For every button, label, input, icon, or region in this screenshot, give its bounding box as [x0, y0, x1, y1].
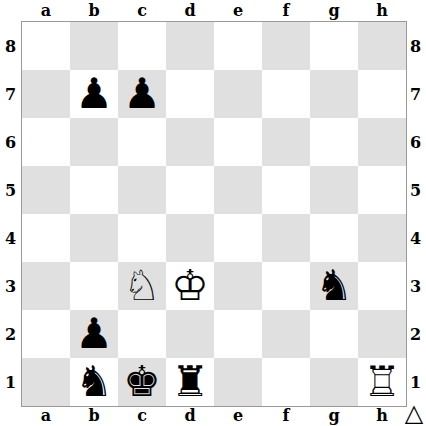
square-b8[interactable]	[70, 22, 118, 70]
square-e5[interactable]	[214, 166, 262, 214]
rank-label-right-2: 2	[405, 310, 426, 358]
square-h3[interactable]	[358, 262, 406, 310]
rank-labels-left: 87654321	[0, 22, 21, 406]
file-label-top-h: h	[358, 0, 406, 21]
rank-label-left-6: 6	[0, 118, 21, 166]
square-e7[interactable]	[214, 70, 262, 118]
piece-black-knight-b1[interactable]: ♞	[75, 358, 113, 406]
file-label-bottom-d: d	[166, 405, 214, 426]
square-h1[interactable]: ♖	[358, 358, 406, 406]
square-g1[interactable]	[310, 358, 358, 406]
square-e6[interactable]	[214, 118, 262, 166]
square-b1[interactable]: ♞	[70, 358, 118, 406]
square-h2[interactable]	[358, 310, 406, 358]
square-f8[interactable]	[262, 22, 310, 70]
file-label-bottom-c: c	[118, 405, 166, 426]
piece-white-king-d3[interactable]: ♔	[171, 262, 209, 310]
square-c4[interactable]	[118, 214, 166, 262]
rank-label-left-3: 3	[0, 262, 21, 310]
square-f3[interactable]	[262, 262, 310, 310]
square-f5[interactable]	[262, 166, 310, 214]
rank-label-left-1: 1	[0, 358, 21, 406]
file-label-bottom-h: h	[358, 405, 406, 426]
square-d6[interactable]	[166, 118, 214, 166]
rank-label-right-5: 5	[405, 166, 426, 214]
square-d7[interactable]	[166, 70, 214, 118]
square-c8[interactable]	[118, 22, 166, 70]
square-b3[interactable]	[70, 262, 118, 310]
square-c7[interactable]: ♟	[118, 70, 166, 118]
file-label-top-g: g	[310, 0, 358, 21]
piece-white-knight-c3[interactable]: ♘	[123, 262, 161, 310]
square-h4[interactable]	[358, 214, 406, 262]
square-g3[interactable]: ♞	[310, 262, 358, 310]
piece-black-pawn-c7[interactable]: ♟	[123, 70, 161, 118]
square-d4[interactable]	[166, 214, 214, 262]
square-c3[interactable]: ♘	[118, 262, 166, 310]
square-e8[interactable]	[214, 22, 262, 70]
square-a3[interactable]	[22, 262, 70, 310]
square-d8[interactable]	[166, 22, 214, 70]
piece-black-knight-g3[interactable]: ♞	[315, 262, 353, 310]
square-f1[interactable]	[262, 358, 310, 406]
piece-black-king-c1[interactable]: ♚	[123, 358, 161, 406]
square-h5[interactable]	[358, 166, 406, 214]
file-label-top-f: f	[262, 0, 310, 21]
square-b2[interactable]: ♟	[70, 310, 118, 358]
file-label-bottom-f: f	[262, 405, 310, 426]
square-a4[interactable]	[22, 214, 70, 262]
file-labels-bottom: abcdefgh	[22, 405, 406, 426]
rank-label-left-2: 2	[0, 310, 21, 358]
rank-label-left-8: 8	[0, 22, 21, 70]
square-d5[interactable]	[166, 166, 214, 214]
square-d2[interactable]	[166, 310, 214, 358]
file-label-bottom-g: g	[310, 405, 358, 426]
square-a6[interactable]	[22, 118, 70, 166]
square-f6[interactable]	[262, 118, 310, 166]
square-c6[interactable]	[118, 118, 166, 166]
square-f7[interactable]	[262, 70, 310, 118]
file-label-top-c: c	[118, 0, 166, 21]
file-label-top-a: a	[22, 0, 70, 21]
rank-label-left-5: 5	[0, 166, 21, 214]
rank-label-left-7: 7	[0, 70, 21, 118]
file-label-top-b: b	[70, 0, 118, 21]
square-b7[interactable]: ♟	[70, 70, 118, 118]
file-label-top-d: d	[166, 0, 214, 21]
square-e2[interactable]	[214, 310, 262, 358]
square-e1[interactable]	[214, 358, 262, 406]
square-d3[interactable]: ♔	[166, 262, 214, 310]
rank-label-right-8: 8	[405, 22, 426, 70]
square-g2[interactable]	[310, 310, 358, 358]
square-g5[interactable]	[310, 166, 358, 214]
square-a2[interactable]	[22, 310, 70, 358]
square-d1[interactable]: ♜	[166, 358, 214, 406]
piece-black-rook-d1[interactable]: ♜	[171, 358, 209, 406]
square-a1[interactable]	[22, 358, 70, 406]
chess-diagram: abcdefgh abcdefgh 87654321 87654321 ♟♟♘♔…	[0, 0, 426, 426]
square-g6[interactable]	[310, 118, 358, 166]
square-a7[interactable]	[22, 70, 70, 118]
rank-label-left-4: 4	[0, 214, 21, 262]
rank-label-right-7: 7	[405, 70, 426, 118]
piece-black-pawn-b7[interactable]: ♟	[75, 70, 113, 118]
square-b6[interactable]	[70, 118, 118, 166]
square-f4[interactable]	[262, 214, 310, 262]
rank-labels-right: 87654321	[405, 22, 426, 406]
rank-label-right-6: 6	[405, 118, 426, 166]
piece-white-rook-h1[interactable]: ♖	[363, 358, 401, 406]
square-c2[interactable]	[118, 310, 166, 358]
square-h8[interactable]	[358, 22, 406, 70]
file-label-bottom-b: b	[70, 405, 118, 426]
square-f2[interactable]	[262, 310, 310, 358]
rank-label-right-3: 3	[405, 262, 426, 310]
square-h7[interactable]	[358, 70, 406, 118]
square-b4[interactable]	[70, 214, 118, 262]
square-c1[interactable]: ♚	[118, 358, 166, 406]
square-e3[interactable]	[214, 262, 262, 310]
square-c5[interactable]	[118, 166, 166, 214]
piece-black-pawn-b2[interactable]: ♟	[75, 310, 113, 358]
square-a5[interactable]	[22, 166, 70, 214]
chess-board: ♟♟♘♔♞♟♞♚♜♖	[21, 21, 407, 407]
square-h6[interactable]	[358, 118, 406, 166]
file-label-bottom-e: e	[214, 405, 262, 426]
square-g7[interactable]	[310, 70, 358, 118]
square-b5[interactable]	[70, 166, 118, 214]
white-to-move-icon: △	[402, 400, 426, 426]
square-g8[interactable]	[310, 22, 358, 70]
file-label-top-e: e	[214, 0, 262, 21]
file-labels-top: abcdefgh	[22, 0, 406, 21]
file-label-bottom-a: a	[22, 405, 70, 426]
square-e4[interactable]	[214, 214, 262, 262]
rank-label-right-4: 4	[405, 214, 426, 262]
square-g4[interactable]	[310, 214, 358, 262]
square-a8[interactable]	[22, 22, 70, 70]
